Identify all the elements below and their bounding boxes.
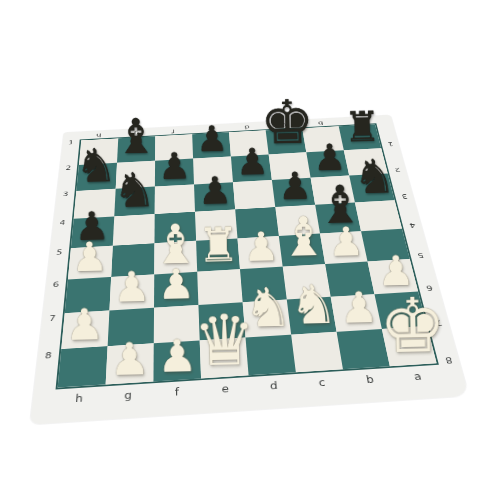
square-h5: ♟: [68, 246, 113, 280]
white-pawn-h5: ♟: [71, 236, 108, 277]
rank-label-left-8: 8: [41, 351, 52, 391]
black-pawn-e1: ♟: [195, 121, 228, 157]
file-label-bottom-c: c: [297, 376, 347, 389]
white-pawn-h7: ♟: [64, 302, 104, 346]
square-g3: ♞: [114, 187, 155, 217]
square-d3: [233, 180, 275, 209]
perspective-scene: hgfedcba 12345678 ♝♟♚♜♞♟♟♟♞♟♟♞♟♝♟♝♜♟♝♟♟♟…: [20, 0, 478, 441]
black-knight-h2: ♞: [74, 142, 117, 189]
black-bishop-g1: ♝: [114, 112, 158, 161]
square-d5: ♟: [238, 236, 283, 269]
file-label-bottom-a: a: [393, 370, 443, 383]
square-e3: ♟: [194, 182, 235, 212]
rank-label-right-1: 1: [382, 123, 394, 147]
square-e5: ♜: [196, 238, 240, 271]
board-grid: ♝♟♚♜♞♟♟♟♞♟♟♞♟♝♟♝♜♟♝♟♟♟♟♟♞♞♟♟♟♛♚: [56, 123, 439, 389]
white-pawn-b7: ♟: [339, 286, 378, 330]
white-pawn-f6: ♟: [157, 263, 195, 305]
rank-label-left-4: 4: [57, 219, 66, 249]
square-d2: ♟: [231, 154, 272, 182]
file-label-bottom-g: g: [103, 389, 152, 402]
product-photo: hgfedcba 12345678 ♝♟♚♜♞♟♟♟♞♟♟♞♟♝♟♝♜♟♝♟♟♟…: [0, 0, 500, 500]
black-rook-a1: ♜: [343, 106, 381, 148]
white-bishop-c5: ♝: [278, 210, 328, 265]
file-label-bottom-f: f: [152, 386, 201, 399]
square-f2: ♟: [155, 159, 194, 187]
rank-label-left-1: 1: [66, 140, 74, 165]
square-g4: [113, 214, 155, 246]
white-pawn-g8: ♟: [109, 336, 150, 382]
rank-label-left-5: 5: [53, 249, 62, 281]
rank-label-right-4: 4: [402, 199, 415, 228]
square-c3: ♟: [272, 178, 315, 207]
rank-label-left-2: 2: [63, 165, 71, 192]
square-c1: ♚: [266, 128, 307, 154]
square-g8: ♟: [106, 343, 154, 384]
square-g1: ♝: [117, 136, 155, 163]
chess-mat: hgfedcba 12345678 ♝♟♚♜♞♟♟♟♞♟♟♞♟♝♟♝♜♟♝♟♟♟…: [30, 115, 469, 425]
white-pawn-f8: ♟: [156, 333, 197, 378]
square-f8: ♟: [153, 340, 201, 381]
square-h2: ♞: [76, 163, 117, 191]
square-c7: ♞: [287, 297, 337, 335]
file-label-bottom-e: e: [201, 383, 250, 396]
rank-label-left-3: 3: [60, 191, 69, 219]
photo-tilt-wrapper: hgfedcba 12345678 ♝♟♚♜♞♟♟♟♞♟♟♞♟♝♟♝♜♟♝♟♟♟…: [0, 0, 500, 500]
file-label-bottom-h: h: [54, 392, 104, 405]
white-knight-c7: ♞: [288, 277, 338, 332]
white-queen-e8: ♛: [192, 305, 256, 376]
black-pawn-f2: ♟: [157, 147, 191, 184]
file-label-bottom-b: b: [345, 373, 395, 386]
white-pawn-d5: ♟: [242, 226, 279, 267]
square-c5: ♝: [279, 234, 325, 267]
square-f3: [155, 184, 195, 214]
square-h7: ♟: [61, 310, 109, 349]
black-pawn-c3: ♟: [277, 167, 311, 205]
white-pawn-b5: ♟: [327, 221, 364, 262]
file-label-bottom-d: d: [249, 379, 298, 392]
square-e8: ♛: [200, 338, 249, 379]
square-b7: ♟: [331, 294, 382, 332]
square-g6: ♟: [109, 274, 154, 310]
white-king-a8: ♚: [378, 288, 447, 364]
rank-label-left-6: 6: [50, 280, 60, 314]
rank-label-right-3: 3: [395, 172, 408, 199]
black-pawn-b2: ♟: [313, 139, 346, 176]
square-e1: ♟: [192, 132, 231, 158]
black-knight-g3: ♞: [112, 166, 156, 215]
rank-label-left-7: 7: [46, 314, 56, 351]
square-a8: ♚: [382, 326, 437, 366]
black-pawn-e3: ♟: [197, 171, 232, 209]
white-rook-e5: ♜: [196, 222, 239, 270]
white-pawn-g6: ♟: [112, 266, 150, 308]
square-h8: [58, 346, 108, 387]
square-c8: [291, 332, 343, 373]
black-pawn-d2: ♟: [235, 143, 269, 180]
